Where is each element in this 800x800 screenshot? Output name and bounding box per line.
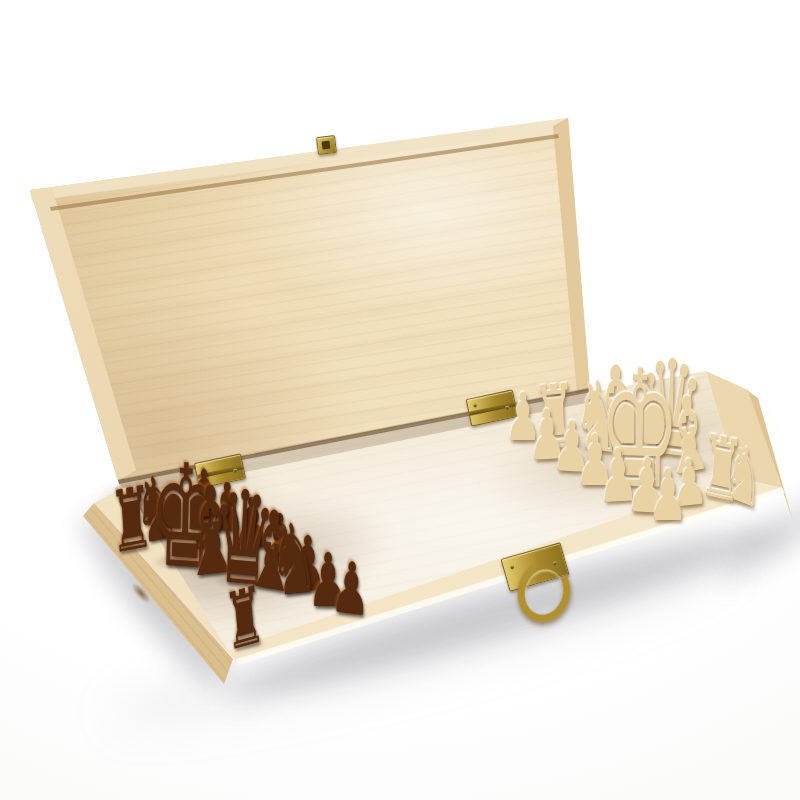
- light-piece-glyph: ♞: [721, 432, 768, 522]
- light-piece-glyph: ♟: [648, 460, 687, 531]
- open-chess-box-photo: ♟♟♞♟♜♟♚♟♝♛♝♟♞♟♟♜ ♟♝♜♞♛♟♝♟♚♟♜♟♞♟♟♟: [0, 0, 800, 800]
- light-pieces-group: ♟♝♜♞♛♟♝♟♚♟♜♟♞♟♟♟: [0, 0, 800, 800]
- screw-icon: [510, 565, 515, 570]
